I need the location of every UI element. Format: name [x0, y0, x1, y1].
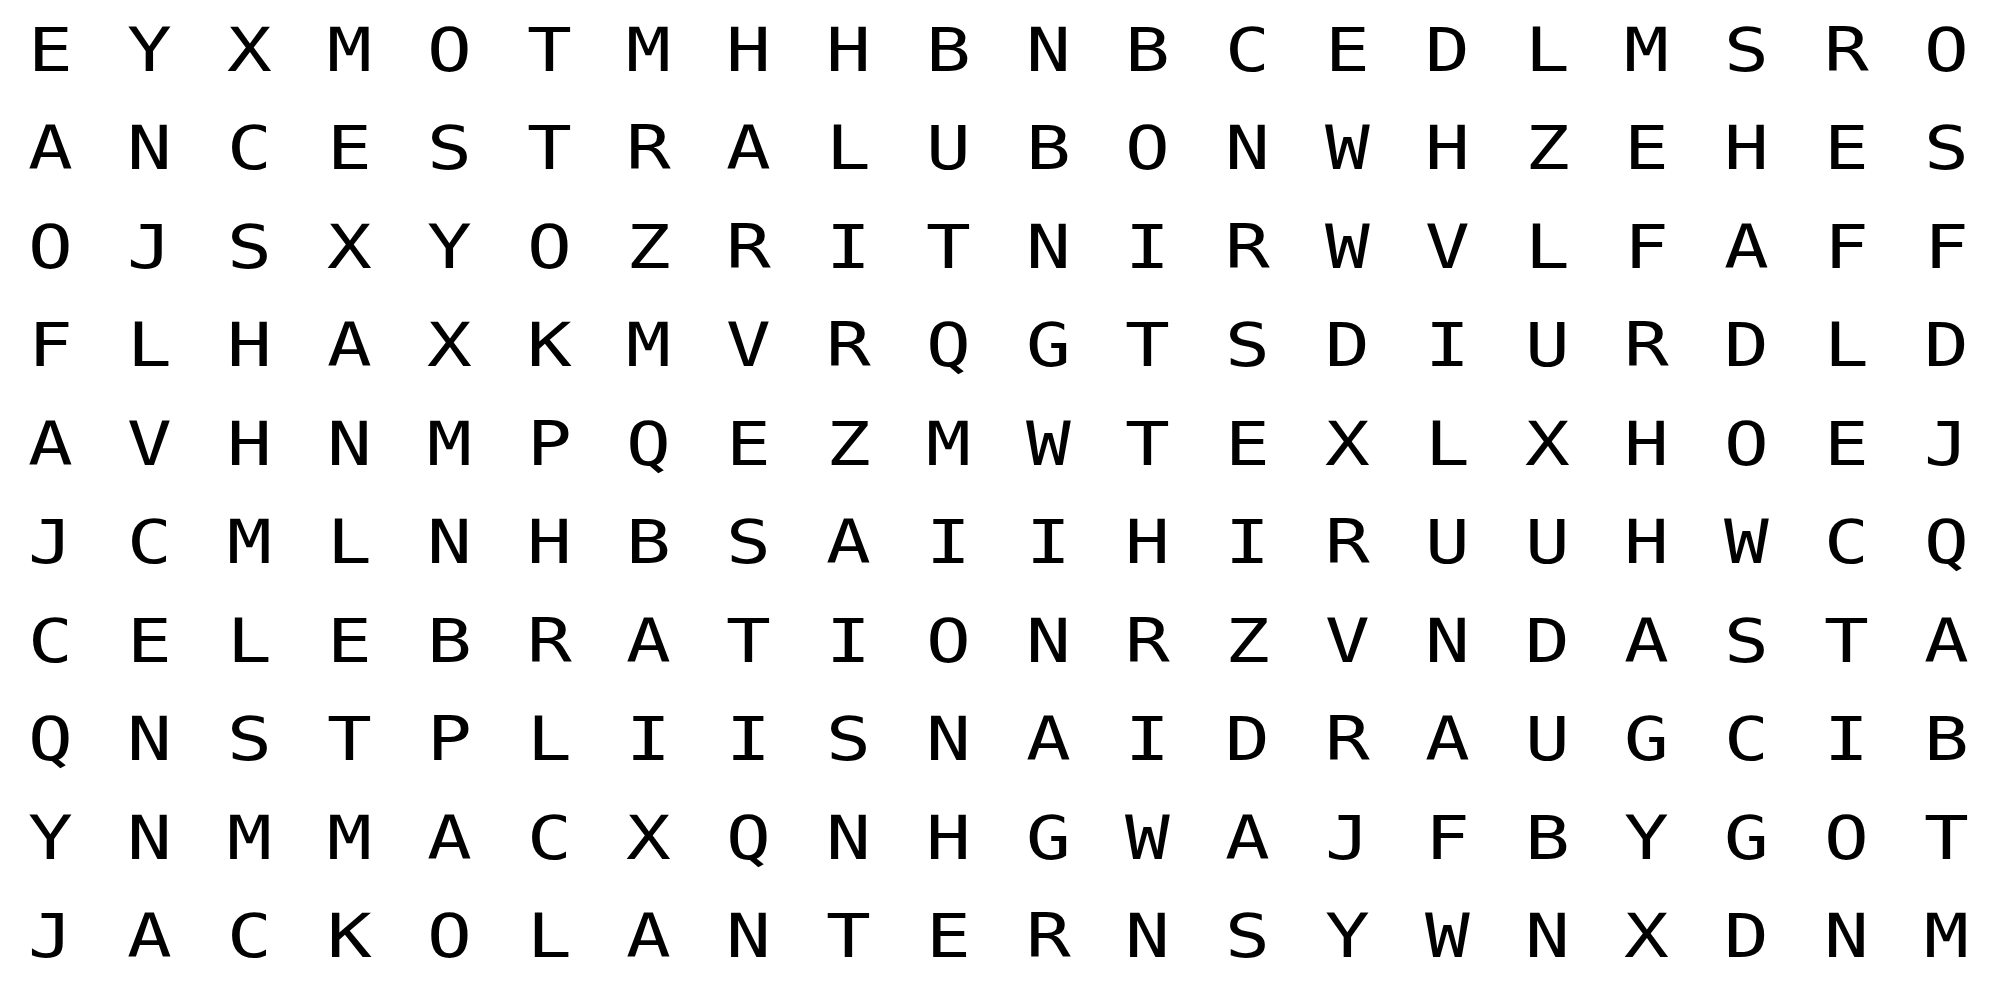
grid-cell[interactable]: Y: [0, 788, 100, 887]
grid-cell[interactable]: W: [1697, 493, 1797, 592]
grid-cell[interactable]: O: [1098, 99, 1198, 198]
grid-cell[interactable]: J: [1297, 788, 1397, 887]
grid-letter: X: [1524, 413, 1569, 474]
grid-cell[interactable]: M: [599, 0, 699, 99]
grid-cell[interactable]: S: [1697, 0, 1797, 99]
grid-cell[interactable]: V: [100, 394, 200, 493]
grid-letter: F: [1924, 216, 1969, 277]
grid-letter: N: [127, 708, 172, 769]
grid-letter: R: [1325, 511, 1370, 572]
grid-cell[interactable]: D: [1198, 690, 1298, 789]
grid-letter: M: [626, 314, 671, 375]
grid-cell[interactable]: N: [1397, 591, 1497, 690]
grid-cell[interactable]: M: [200, 493, 300, 592]
grid-letter: I: [826, 610, 871, 671]
grid-letter: A: [27, 117, 72, 178]
grid-letter: Z: [626, 216, 671, 277]
grid-cell[interactable]: I: [1198, 493, 1298, 592]
grid-letter: T: [726, 610, 771, 671]
grid-cell[interactable]: K: [299, 887, 399, 985]
grid-cell[interactable]: A: [399, 788, 499, 887]
grid-cell[interactable]: V: [699, 296, 799, 395]
grid-cell[interactable]: L: [1397, 394, 1497, 493]
grid-cell[interactable]: R: [499, 591, 599, 690]
grid-cell[interactable]: H: [1597, 493, 1697, 592]
grid-cell[interactable]: P: [399, 690, 499, 789]
grid-cell[interactable]: N: [998, 197, 1098, 296]
grid-cell[interactable]: H: [1597, 394, 1697, 493]
grid-cell[interactable]: N: [100, 690, 200, 789]
grid-cell[interactable]: A: [1896, 591, 1996, 690]
grid-letter: M: [327, 19, 372, 80]
grid-cell[interactable]: A: [0, 394, 100, 493]
grid-cell[interactable]: I: [798, 197, 898, 296]
grid-cell[interactable]: N: [1497, 887, 1597, 985]
grid-cell[interactable]: N: [699, 887, 799, 985]
grid-letter: I: [726, 708, 771, 769]
grid-cell[interactable]: W: [998, 394, 1098, 493]
grid-cell[interactable]: Y: [399, 197, 499, 296]
grid-cell[interactable]: I: [1397, 296, 1497, 395]
grid-cell[interactable]: Y: [1297, 887, 1397, 985]
grid-cell[interactable]: E: [100, 591, 200, 690]
grid-letter: S: [227, 216, 272, 277]
grid-cell[interactable]: N: [998, 0, 1098, 99]
grid-cell[interactable]: L: [499, 887, 599, 985]
grid-cell[interactable]: T: [499, 0, 599, 99]
word-search-grid: EYXMOTMHHBNBCEDLMSROANCESTRALUBONWHZEHES…: [0, 0, 1996, 985]
grid-letter: C: [27, 610, 72, 671]
grid-letter: D: [1425, 19, 1470, 80]
grid-letter: S: [1225, 314, 1270, 375]
grid-cell[interactable]: R: [1297, 690, 1397, 789]
grid-cell[interactable]: D: [1297, 296, 1397, 395]
grid-cell[interactable]: H: [699, 0, 799, 99]
grid-letter: R: [1125, 610, 1170, 671]
grid-cell[interactable]: N: [299, 394, 399, 493]
grid-cell[interactable]: I: [1796, 690, 1896, 789]
grid-cell[interactable]: L: [1497, 197, 1597, 296]
grid-cell[interactable]: S: [1198, 296, 1298, 395]
grid-cell[interactable]: H: [898, 788, 998, 887]
grid-letter: Z: [826, 413, 871, 474]
grid-cell[interactable]: R: [1597, 296, 1697, 395]
grid-letter: L: [1524, 216, 1569, 277]
grid-cell[interactable]: M: [898, 394, 998, 493]
grid-cell[interactable]: Z: [1497, 99, 1597, 198]
grid-cell[interactable]: G: [998, 788, 1098, 887]
grid-cell[interactable]: F: [1597, 197, 1697, 296]
grid-cell[interactable]: X: [1497, 394, 1597, 493]
grid-letter: D: [1325, 314, 1370, 375]
grid-cell[interactable]: F: [1796, 197, 1896, 296]
grid-cell[interactable]: O: [399, 0, 499, 99]
grid-cell[interactable]: D: [1896, 296, 1996, 395]
grid-letter: T: [1125, 314, 1170, 375]
grid-cell[interactable]: P: [499, 394, 599, 493]
grid-letter: C: [227, 117, 272, 178]
grid-cell[interactable]: B: [998, 99, 1098, 198]
grid-letter: Q: [27, 708, 72, 769]
grid-cell[interactable]: E: [1796, 394, 1896, 493]
grid-cell[interactable]: D: [1697, 887, 1797, 985]
grid-cell[interactable]: X: [599, 788, 699, 887]
grid-letter: X: [227, 19, 272, 80]
grid-cell[interactable]: E: [898, 887, 998, 985]
grid-cell[interactable]: L: [1796, 296, 1896, 395]
grid-cell[interactable]: G: [1697, 788, 1797, 887]
grid-cell[interactable]: U: [1497, 690, 1597, 789]
grid-cell[interactable]: C: [200, 887, 300, 985]
grid-letter: G: [1025, 314, 1070, 375]
grid-cell[interactable]: N: [1198, 99, 1298, 198]
grid-cell[interactable]: M: [599, 296, 699, 395]
grid-letter: V: [127, 413, 172, 474]
grid-letter: H: [1624, 413, 1669, 474]
grid-letter: N: [1025, 610, 1070, 671]
grid-cell[interactable]: E: [0, 0, 100, 99]
grid-letter: H: [1624, 511, 1669, 572]
grid-cell[interactable]: C: [1796, 493, 1896, 592]
grid-letter: N: [327, 413, 372, 474]
grid-letter: X: [626, 807, 671, 868]
grid-cell[interactable]: I: [1098, 690, 1198, 789]
grid-cell[interactable]: X: [1597, 887, 1697, 985]
grid-cell[interactable]: O: [1896, 0, 1996, 99]
grid-cell[interactable]: U: [1497, 296, 1597, 395]
grid-letter: E: [27, 19, 72, 80]
grid-cell[interactable]: Q: [699, 788, 799, 887]
grid-cell[interactable]: E: [1297, 0, 1397, 99]
grid-cell[interactable]: E: [1198, 394, 1298, 493]
grid-letter: A: [726, 117, 771, 178]
grid-cell[interactable]: B: [1098, 0, 1198, 99]
grid-letter: H: [227, 314, 272, 375]
grid-cell[interactable]: X: [1297, 394, 1397, 493]
grid-cell[interactable]: N: [399, 493, 499, 592]
grid-cell[interactable]: I: [998, 493, 1098, 592]
grid-letter: U: [1524, 511, 1569, 572]
grid-letter: F: [1425, 807, 1470, 868]
grid-cell[interactable]: E: [1796, 99, 1896, 198]
grid-cell[interactable]: R: [1297, 493, 1397, 592]
grid-cell[interactable]: G: [998, 296, 1098, 395]
grid-letter: V: [726, 314, 771, 375]
grid-cell[interactable]: A: [798, 493, 898, 592]
grid-cell[interactable]: D: [1397, 0, 1497, 99]
grid-cell[interactable]: A: [0, 99, 100, 198]
grid-cell[interactable]: I: [599, 690, 699, 789]
grid-letter: F: [1824, 216, 1869, 277]
grid-cell[interactable]: H: [200, 394, 300, 493]
grid-cell[interactable]: S: [699, 493, 799, 592]
grid-cell[interactable]: E: [299, 591, 399, 690]
grid-letter: M: [626, 19, 671, 80]
grid-cell[interactable]: G: [1597, 690, 1697, 789]
grid-cell[interactable]: E: [299, 99, 399, 198]
grid-letter: E: [926, 905, 971, 966]
grid-cell[interactable]: B: [1497, 788, 1597, 887]
grid-cell[interactable]: R: [1198, 197, 1298, 296]
grid-cell[interactable]: R: [1796, 0, 1896, 99]
grid-cell[interactable]: B: [399, 591, 499, 690]
grid-letter: D: [1924, 314, 1969, 375]
grid-letter: O: [1924, 19, 1969, 80]
grid-cell[interactable]: Q: [898, 296, 998, 395]
grid-cell[interactable]: A: [299, 296, 399, 395]
grid-letter: Q: [626, 413, 671, 474]
grid-letter: W: [1325, 216, 1370, 277]
grid-letter: Y: [1624, 807, 1669, 868]
grid-letter: R: [1824, 19, 1869, 80]
grid-cell[interactable]: M: [1597, 0, 1697, 99]
grid-letter: A: [427, 807, 472, 868]
grid-cell[interactable]: T: [1896, 788, 1996, 887]
grid-cell[interactable]: D: [1697, 296, 1797, 395]
grid-cell[interactable]: X: [299, 197, 399, 296]
grid-letter: T: [526, 117, 571, 178]
grid-cell[interactable]: E: [1597, 99, 1697, 198]
grid-cell[interactable]: Y: [100, 0, 200, 99]
grid-cell[interactable]: O: [0, 197, 100, 296]
grid-cell[interactable]: Q: [1896, 493, 1996, 592]
grid-cell[interactable]: A: [599, 591, 699, 690]
grid-letter: Z: [1225, 610, 1270, 671]
grid-cell[interactable]: U: [898, 99, 998, 198]
grid-letter: R: [1025, 905, 1070, 966]
grid-letter: W: [1724, 511, 1769, 572]
grid-letter: I: [826, 216, 871, 277]
grid-cell[interactable]: C: [100, 493, 200, 592]
grid-cell[interactable]: X: [200, 0, 300, 99]
grid-cell[interactable]: R: [599, 99, 699, 198]
grid-letter: H: [826, 19, 871, 80]
grid-cell[interactable]: H: [499, 493, 599, 592]
grid-letter: E: [1824, 413, 1869, 474]
grid-cell[interactable]: R: [998, 887, 1098, 985]
grid-cell[interactable]: F: [1397, 788, 1497, 887]
grid-cell[interactable]: W: [1397, 887, 1497, 985]
grid-cell[interactable]: M: [1896, 887, 1996, 985]
grid-letter: L: [826, 117, 871, 178]
grid-cell[interactable]: V: [1397, 197, 1497, 296]
grid-cell[interactable]: J: [0, 887, 100, 985]
grid-letter: I: [1225, 511, 1270, 572]
grid-cell[interactable]: N: [798, 788, 898, 887]
grid-letter: L: [526, 708, 571, 769]
grid-letter: L: [1425, 413, 1470, 474]
grid-cell[interactable]: Z: [1198, 591, 1298, 690]
grid-cell[interactable]: C: [1697, 690, 1797, 789]
grid-letter: P: [427, 708, 472, 769]
grid-letter: O: [1125, 117, 1170, 178]
grid-cell[interactable]: O: [399, 887, 499, 985]
grid-cell[interactable]: K: [499, 296, 599, 395]
grid-letter: Q: [726, 807, 771, 868]
grid-cell[interactable]: S: [200, 690, 300, 789]
grid-cell[interactable]: R: [798, 296, 898, 395]
grid-cell[interactable]: A: [1198, 788, 1298, 887]
grid-letter: A: [1724, 216, 1769, 277]
grid-cell[interactable]: Y: [1597, 788, 1697, 887]
grid-cell[interactable]: A: [100, 887, 200, 985]
grid-cell[interactable]: T: [1796, 591, 1896, 690]
grid-letter: O: [926, 610, 971, 671]
grid-cell[interactable]: N: [1796, 887, 1896, 985]
grid-cell[interactable]: W: [1297, 99, 1397, 198]
grid-letter: S: [427, 117, 472, 178]
grid-cell[interactable]: U: [1497, 493, 1597, 592]
grid-letter: N: [1025, 19, 1070, 80]
grid-cell[interactable]: M: [299, 0, 399, 99]
grid-cell[interactable]: N: [100, 99, 200, 198]
grid-cell[interactable]: T: [499, 99, 599, 198]
grid-cell[interactable]: N: [100, 788, 200, 887]
grid-letter: N: [1524, 905, 1569, 966]
grid-letter: R: [1624, 314, 1669, 375]
grid-letter: A: [1025, 708, 1070, 769]
grid-cell[interactable]: T: [699, 591, 799, 690]
grid-cell[interactable]: S: [1896, 99, 1996, 198]
grid-cell[interactable]: V: [1297, 591, 1397, 690]
grid-letter: M: [926, 413, 971, 474]
grid-letter: L: [327, 511, 372, 572]
grid-cell[interactable]: C: [1198, 0, 1298, 99]
grid-cell[interactable]: Q: [599, 394, 699, 493]
grid-letter: D: [1724, 905, 1769, 966]
grid-cell[interactable]: H: [1697, 99, 1797, 198]
grid-letter: D: [1225, 708, 1270, 769]
grid-cell[interactable]: I: [798, 591, 898, 690]
grid-cell[interactable]: J: [0, 493, 100, 592]
grid-cell[interactable]: L: [299, 493, 399, 592]
grid-letter: Y: [1325, 905, 1370, 966]
grid-cell[interactable]: C: [0, 591, 100, 690]
grid-cell[interactable]: M: [399, 394, 499, 493]
grid-cell[interactable]: H: [1098, 493, 1198, 592]
grid-letter: U: [1524, 314, 1569, 375]
grid-letter: H: [526, 511, 571, 572]
grid-letter: E: [1624, 117, 1669, 178]
grid-cell[interactable]: O: [1697, 394, 1797, 493]
grid-letter: P: [526, 413, 571, 474]
grid-letter: Y: [427, 216, 472, 277]
grid-cell[interactable]: L: [798, 99, 898, 198]
grid-cell[interactable]: U: [1397, 493, 1497, 592]
grid-cell[interactable]: L: [100, 296, 200, 395]
grid-cell[interactable]: T: [798, 887, 898, 985]
grid-cell[interactable]: M: [299, 788, 399, 887]
grid-letter: K: [526, 314, 571, 375]
grid-cell[interactable]: T: [299, 690, 399, 789]
grid-cell[interactable]: F: [0, 296, 100, 395]
grid-cell[interactable]: A: [998, 690, 1098, 789]
grid-letter: S: [826, 708, 871, 769]
grid-cell[interactable]: I: [898, 493, 998, 592]
grid-cell[interactable]: A: [1597, 591, 1697, 690]
grid-letter: N: [127, 807, 172, 868]
grid-cell[interactable]: O: [1796, 788, 1896, 887]
grid-cell[interactable]: S: [798, 690, 898, 789]
grid-letter: U: [926, 117, 971, 178]
grid-cell[interactable]: T: [898, 197, 998, 296]
grid-cell[interactable]: Z: [798, 394, 898, 493]
grid-cell[interactable]: S: [1198, 887, 1298, 985]
grid-letter: N: [1425, 610, 1470, 671]
grid-letter: C: [1724, 708, 1769, 769]
grid-cell[interactable]: I: [699, 690, 799, 789]
grid-letter: B: [1924, 708, 1969, 769]
grid-cell[interactable]: A: [599, 887, 699, 985]
grid-cell[interactable]: J: [1896, 394, 1996, 493]
grid-letter: B: [626, 511, 671, 572]
grid-cell[interactable]: J: [100, 197, 200, 296]
grid-cell[interactable]: M: [200, 788, 300, 887]
grid-cell[interactable]: Z: [599, 197, 699, 296]
grid-cell[interactable]: F: [1896, 197, 1996, 296]
grid-letter: J: [27, 905, 72, 966]
grid-cell[interactable]: Q: [0, 690, 100, 789]
grid-cell[interactable]: H: [200, 296, 300, 395]
grid-letter: G: [1724, 807, 1769, 868]
grid-cell[interactable]: W: [1297, 197, 1397, 296]
grid-cell[interactable]: B: [898, 0, 998, 99]
grid-letter: O: [427, 19, 472, 80]
grid-letter: T: [526, 19, 571, 80]
grid-letter: X: [427, 314, 472, 375]
grid-cell[interactable]: A: [1697, 197, 1797, 296]
grid-cell[interactable]: O: [898, 591, 998, 690]
grid-cell[interactable]: S: [200, 197, 300, 296]
grid-letter: E: [1824, 117, 1869, 178]
grid-letter: Q: [1924, 511, 1969, 572]
grid-letter: K: [327, 905, 372, 966]
grid-cell[interactable]: N: [898, 690, 998, 789]
grid-letter: W: [1325, 117, 1370, 178]
grid-letter: M: [1624, 19, 1669, 80]
grid-cell[interactable]: B: [599, 493, 699, 592]
grid-cell[interactable]: W: [1098, 788, 1198, 887]
grid-cell[interactable]: N: [998, 591, 1098, 690]
grid-cell[interactable]: O: [499, 197, 599, 296]
grid-cell[interactable]: T: [1098, 394, 1198, 493]
grid-cell[interactable]: C: [499, 788, 599, 887]
grid-cell[interactable]: R: [1098, 591, 1198, 690]
grid-cell[interactable]: H: [798, 0, 898, 99]
grid-cell[interactable]: H: [1397, 99, 1497, 198]
grid-cell[interactable]: L: [200, 591, 300, 690]
grid-cell[interactable]: C: [200, 99, 300, 198]
grid-cell[interactable]: S: [1697, 591, 1797, 690]
grid-cell[interactable]: B: [1896, 690, 1996, 789]
grid-letter: A: [127, 905, 172, 966]
grid-cell[interactable]: A: [699, 99, 799, 198]
grid-cell[interactable]: S: [399, 99, 499, 198]
grid-letter: I: [1125, 708, 1170, 769]
grid-cell[interactable]: I: [1098, 197, 1198, 296]
grid-cell[interactable]: N: [1098, 887, 1198, 985]
grid-letter: T: [926, 216, 971, 277]
grid-cell[interactable]: D: [1497, 591, 1597, 690]
grid-cell[interactable]: L: [1497, 0, 1597, 99]
grid-cell[interactable]: R: [699, 197, 799, 296]
grid-cell[interactable]: L: [499, 690, 599, 789]
grid-cell[interactable]: X: [399, 296, 499, 395]
grid-cell[interactable]: E: [699, 394, 799, 493]
grid-cell[interactable]: A: [1397, 690, 1497, 789]
grid-cell[interactable]: T: [1098, 296, 1198, 395]
grid-letter: L: [127, 314, 172, 375]
